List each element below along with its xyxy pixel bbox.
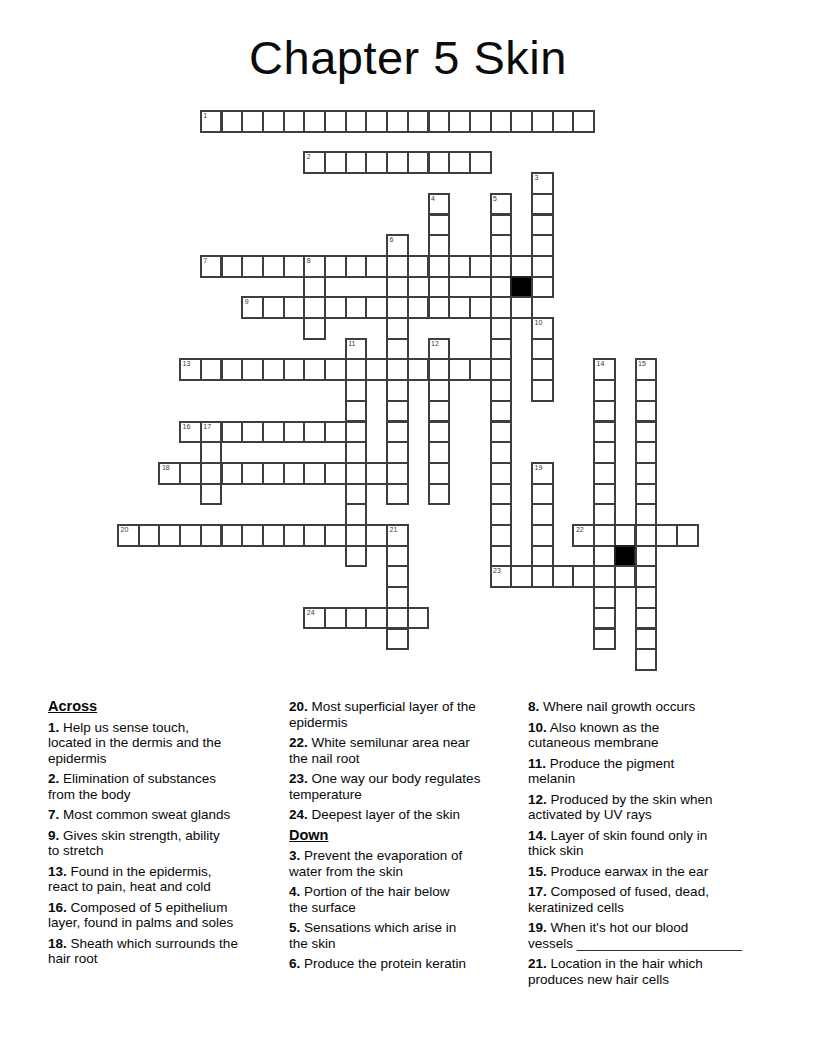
clue-13-across: 13. Found in the epidermis, react to pai…: [48, 864, 284, 895]
grid-cell[interactable]: [635, 400, 658, 423]
grid-cell[interactable]: [221, 358, 244, 381]
cell-number-10: 10: [535, 319, 543, 327]
grid-cell[interactable]: [593, 421, 616, 444]
grid-cell[interactable]: [345, 110, 368, 133]
grid-cell[interactable]: [386, 565, 409, 588]
grid-cell[interactable]: [593, 607, 616, 630]
grid-cell[interactable]: [531, 234, 554, 257]
cell-number-23: 23: [493, 567, 501, 575]
grid-cell[interactable]: [345, 483, 368, 506]
clue-number-label: 24.: [289, 807, 308, 822]
grid-cell[interactable]: [635, 441, 658, 464]
grid-cell[interactable]: [572, 110, 595, 133]
clue-22-across: 22. White semilunar area near the nail r…: [289, 735, 523, 766]
grid-cell[interactable]: [593, 524, 616, 547]
grid-cell[interactable]: [365, 255, 388, 278]
cell-number-24: 24: [307, 609, 315, 617]
grid-cell[interactable]: [407, 110, 430, 133]
grid-cell[interactable]: 18: [158, 462, 181, 485]
grid-cell[interactable]: [262, 421, 285, 444]
grid-cell[interactable]: [386, 607, 409, 630]
grid-cell[interactable]: [303, 296, 326, 319]
cell-number-20: 20: [121, 526, 129, 534]
grid-cell[interactable]: [386, 400, 409, 423]
cell-number-14: 14: [597, 360, 605, 368]
clue-18-across: 18. Sheath which surrounds the hair root: [48, 936, 284, 967]
grid-cell[interactable]: [593, 483, 616, 506]
grid-cell[interactable]: [365, 462, 388, 485]
grid-cell[interactable]: [241, 462, 264, 485]
grid-cell[interactable]: [386, 545, 409, 568]
clue-19-down: 19. When it's hot our blood vessels ____…: [528, 920, 770, 951]
grid-cell[interactable]: [200, 462, 223, 485]
grid-cell[interactable]: [448, 255, 471, 278]
grid-cell[interactable]: [490, 400, 513, 423]
clue-number-label: 18.: [48, 936, 67, 951]
grid-cell[interactable]: [138, 524, 161, 547]
grid-cell[interactable]: [635, 545, 658, 568]
grid-cell[interactable]: [407, 607, 430, 630]
cell-number-15: 15: [638, 360, 646, 368]
clue-number-label: 9.: [48, 828, 59, 843]
grid-cell[interactable]: [303, 421, 326, 444]
grid-cell[interactable]: [593, 441, 616, 464]
clue-number-label: 7.: [48, 807, 59, 822]
cell-number-2: 2: [307, 153, 311, 161]
grid-cell[interactable]: [531, 276, 554, 299]
grid-cell[interactable]: [262, 255, 285, 278]
grid-cell[interactable]: [490, 421, 513, 444]
grid-cell[interactable]: [531, 483, 554, 506]
grid-cell[interactable]: [593, 503, 616, 526]
grid-cell[interactable]: [490, 296, 513, 319]
grid-cell[interactable]: [614, 524, 637, 547]
clue-column-1: Across1. Help us sense touch, located in…: [48, 699, 284, 972]
grid-cell[interactable]: [407, 296, 430, 319]
grid-cell[interactable]: [365, 151, 388, 174]
clue-7-across: 7. Most common sweat glands: [48, 807, 284, 823]
grid-cell[interactable]: [428, 296, 451, 319]
grid-cell[interactable]: [345, 441, 368, 464]
grid-cell[interactable]: 20: [117, 524, 140, 547]
black-cell: [510, 276, 533, 299]
clue-column-2: 20. Most superficial layer of the epider…: [289, 699, 523, 977]
grid-cell[interactable]: [303, 317, 326, 340]
grid-cell[interactable]: [469, 151, 492, 174]
grid-cell[interactable]: [303, 110, 326, 133]
clue-number-label: 14.: [528, 828, 547, 843]
clue-10-down: 10. Also known as the cutaneous membrane: [528, 720, 770, 751]
grid-cell[interactable]: [448, 110, 471, 133]
grid-cell[interactable]: [221, 421, 244, 444]
clue-number-label: 23.: [289, 771, 308, 786]
black-cell: [614, 545, 637, 568]
grid-cell[interactable]: [635, 586, 658, 609]
grid-cell[interactable]: [490, 524, 513, 547]
grid-cell[interactable]: [365, 607, 388, 630]
grid-cell[interactable]: [490, 379, 513, 402]
grid-cell[interactable]: [635, 483, 658, 506]
grid-cell[interactable]: [283, 421, 306, 444]
grid-cell[interactable]: [241, 524, 264, 547]
grid-cell[interactable]: [386, 462, 409, 485]
clue-number-label: 6.: [289, 956, 300, 971]
clue-number-label: 11.: [528, 756, 546, 771]
grid-cell[interactable]: [490, 317, 513, 340]
grid-cell[interactable]: [510, 565, 533, 588]
grid-cell[interactable]: [345, 607, 368, 630]
grid-cell[interactable]: [635, 421, 658, 444]
grid-cell[interactable]: 13: [179, 358, 202, 381]
clue-9-across: 9. Gives skin strength, ability to stret…: [48, 828, 284, 859]
grid-cell[interactable]: 17: [200, 421, 223, 444]
grid-cell[interactable]: [221, 255, 244, 278]
grid-cell[interactable]: 23: [490, 565, 513, 588]
grid-cell[interactable]: [386, 441, 409, 464]
grid-cell[interactable]: 10: [531, 317, 554, 340]
cell-number-17: 17: [203, 423, 211, 431]
grid-cell[interactable]: [345, 503, 368, 526]
grid-cell[interactable]: [593, 565, 616, 588]
grid-cell[interactable]: [635, 628, 658, 651]
page-title: Chapter 5 Skin: [0, 30, 816, 85]
cell-number-22: 22: [576, 526, 584, 534]
grid-cell[interactable]: 8: [303, 255, 326, 278]
grid-cell[interactable]: [303, 276, 326, 299]
grid-cell[interactable]: [283, 110, 306, 133]
grid-cell[interactable]: 5: [490, 193, 513, 216]
grid-cell[interactable]: [490, 462, 513, 485]
grid-cell[interactable]: [386, 296, 409, 319]
grid-cell[interactable]: [386, 110, 409, 133]
grid-cell[interactable]: [614, 565, 637, 588]
grid-cell[interactable]: [365, 110, 388, 133]
cell-number-9: 9: [245, 298, 249, 306]
grid-cell[interactable]: [345, 400, 368, 423]
cell-number-3: 3: [535, 174, 539, 182]
grid-cell[interactable]: [324, 255, 347, 278]
grid-cell[interactable]: [386, 151, 409, 174]
grid-cell[interactable]: 4: [428, 193, 451, 216]
grid-cell[interactable]: [262, 358, 285, 381]
clue-number-label: 22.: [289, 735, 308, 750]
grid-cell[interactable]: [428, 276, 451, 299]
grid-cell[interactable]: [510, 255, 533, 278]
grid-cell[interactable]: [407, 358, 430, 381]
clue-number-label: 15.: [528, 864, 547, 879]
clue-16-across: 16. Composed of 5 epithelium layer, foun…: [48, 900, 284, 931]
cell-number-4: 4: [431, 195, 435, 203]
grid-cell[interactable]: 21: [386, 524, 409, 547]
grid-cell[interactable]: [303, 524, 326, 547]
cell-number-13: 13: [183, 360, 191, 368]
grid-cell[interactable]: [407, 255, 430, 278]
grid-cell[interactable]: [221, 524, 244, 547]
grid-cell[interactable]: [283, 296, 306, 319]
grid-cell[interactable]: [200, 358, 223, 381]
clue-number-label: 16.: [48, 900, 67, 915]
grid-cell[interactable]: 7: [200, 255, 223, 278]
clue-number-label: 10.: [528, 720, 547, 735]
grid-cell[interactable]: [428, 110, 451, 133]
clue-number-label: 13.: [48, 864, 67, 879]
grid-cell[interactable]: [428, 151, 451, 174]
down-heading: Down: [289, 828, 523, 844]
grid-cell[interactable]: [386, 276, 409, 299]
grid-cell[interactable]: 16: [179, 421, 202, 444]
grid-cell[interactable]: [531, 545, 554, 568]
grid-cell[interactable]: [635, 607, 658, 630]
grid-cell[interactable]: 2: [303, 151, 326, 174]
clue-20-across: 20. Most superficial layer of the epider…: [289, 699, 523, 730]
grid-cell[interactable]: [200, 441, 223, 464]
grid-cell[interactable]: [490, 234, 513, 257]
grid-cell[interactable]: [428, 421, 451, 444]
grid-cell[interactable]: [510, 110, 533, 133]
grid-cell[interactable]: [345, 421, 368, 444]
cell-number-7: 7: [203, 257, 207, 265]
grid-cell[interactable]: [428, 234, 451, 257]
grid-cell[interactable]: [593, 462, 616, 485]
clue-number-label: 21.: [528, 956, 547, 971]
grid-cell[interactable]: [345, 296, 368, 319]
grid-cell[interactable]: [490, 441, 513, 464]
grid-cell[interactable]: [221, 462, 244, 485]
across-heading: Across: [48, 699, 284, 715]
grid-cell[interactable]: [635, 503, 658, 526]
clue-23-across: 23. One way our body regulates temperatu…: [289, 771, 523, 802]
clue-21-down: 21. Location in the hair which produces …: [528, 956, 770, 987]
grid-cell[interactable]: [490, 338, 513, 361]
grid-cell[interactable]: [469, 110, 492, 133]
clue-number-label: 1.: [48, 720, 59, 735]
grid-cell[interactable]: [324, 462, 347, 485]
grid-cell[interactable]: [531, 379, 554, 402]
grid-cell[interactable]: [635, 379, 658, 402]
grid-cell[interactable]: [386, 255, 409, 278]
grid-cell[interactable]: [345, 151, 368, 174]
grid-cell[interactable]: [262, 296, 285, 319]
clue-number-label: 4.: [289, 884, 300, 899]
grid-cell[interactable]: [428, 255, 451, 278]
grid-cell[interactable]: [283, 358, 306, 381]
grid-cell[interactable]: [386, 586, 409, 609]
grid-cell[interactable]: [303, 462, 326, 485]
grid-cell[interactable]: 3: [531, 172, 554, 195]
grid-cell[interactable]: [510, 296, 533, 319]
grid-cell[interactable]: [221, 110, 244, 133]
clue-12-down: 12. Produced by the skin when activated …: [528, 792, 770, 823]
grid-cell[interactable]: 11: [345, 338, 368, 361]
grid-cell[interactable]: [448, 151, 471, 174]
grid-cell[interactable]: [179, 524, 202, 547]
grid-cell[interactable]: [593, 628, 616, 651]
clue-column-3: 8. Where nail growth occurs10. Also know…: [528, 699, 770, 992]
clue-24-across: 24. Deepest layer of the skin: [289, 807, 523, 823]
grid-cell[interactable]: [179, 462, 202, 485]
clue-6-down: 6. Produce the protein keratin: [289, 956, 523, 972]
grid-cell[interactable]: [428, 358, 451, 381]
cell-number-16: 16: [183, 423, 191, 431]
cell-number-12: 12: [431, 340, 439, 348]
grid-cell[interactable]: [262, 462, 285, 485]
worksheet-page: Chapter 5 Skin 1234567891011121314151617…: [0, 0, 816, 1056]
clue-number-label: 17.: [528, 884, 547, 899]
cell-number-18: 18: [162, 464, 170, 472]
grid-cell[interactable]: [593, 400, 616, 423]
grid-cell[interactable]: [345, 545, 368, 568]
grid-cell[interactable]: 1: [200, 110, 223, 133]
grid-cell[interactable]: [386, 379, 409, 402]
clue-3-down: 3. Prevent the evaporation of water from…: [289, 848, 523, 879]
grid-cell[interactable]: [635, 565, 658, 588]
grid-cell[interactable]: [490, 214, 513, 237]
grid-cell[interactable]: [324, 421, 347, 444]
cell-number-5: 5: [493, 195, 497, 203]
clue-number-label: 3.: [289, 848, 300, 863]
grid-cell[interactable]: [262, 524, 285, 547]
grid-cell[interactable]: [241, 110, 264, 133]
crossword-board: 123456789101112131415161718192021222324: [118, 111, 700, 672]
grid-cell[interactable]: 22: [572, 524, 595, 547]
clue-number-label: 5.: [289, 920, 300, 935]
grid-cell[interactable]: [428, 441, 451, 464]
grid-cell[interactable]: [386, 317, 409, 340]
grid-cell[interactable]: [676, 524, 699, 547]
grid-cell[interactable]: [448, 296, 471, 319]
grid-cell[interactable]: [593, 586, 616, 609]
grid-cell[interactable]: [386, 628, 409, 651]
grid-cell[interactable]: [531, 565, 554, 588]
grid-cell[interactable]: [635, 462, 658, 485]
grid-cell[interactable]: [531, 255, 554, 278]
grid-cell[interactable]: [345, 379, 368, 402]
grid-cell[interactable]: 15: [635, 358, 658, 381]
grid-cell[interactable]: [428, 214, 451, 237]
grid-cell[interactable]: [386, 483, 409, 506]
grid-cell[interactable]: [469, 358, 492, 381]
grid-cell[interactable]: [324, 151, 347, 174]
grid-cell[interactable]: [593, 379, 616, 402]
grid-cell[interactable]: [490, 255, 513, 278]
clue-4-down: 4. Portion of the hair below the surface: [289, 884, 523, 915]
grid-cell[interactable]: 6: [386, 234, 409, 257]
grid-cell[interactable]: 9: [241, 296, 264, 319]
grid-cell[interactable]: [428, 483, 451, 506]
grid-cell[interactable]: [531, 358, 554, 381]
grid-cell[interactable]: [531, 110, 554, 133]
grid-cell[interactable]: [386, 338, 409, 361]
clue-number-label: 2.: [48, 771, 59, 786]
grid-cell[interactable]: [552, 565, 575, 588]
cell-number-1: 1: [203, 112, 207, 120]
clue-1-across: 1. Help us sense touch, located in the d…: [48, 720, 284, 767]
clue-11-down: 11. Produce the pigment melanin: [528, 756, 770, 787]
grid-cell[interactable]: [345, 524, 368, 547]
grid-cell[interactable]: [283, 462, 306, 485]
grid-cell[interactable]: [386, 358, 409, 381]
grid-cell[interactable]: [655, 524, 678, 547]
grid-cell[interactable]: [635, 524, 658, 547]
grid-cell[interactable]: [283, 255, 306, 278]
grid-cell[interactable]: [262, 110, 285, 133]
grid-cell[interactable]: [324, 358, 347, 381]
clue-2-across: 2. Elimination of substances from the bo…: [48, 771, 284, 802]
grid-cell[interactable]: [490, 503, 513, 526]
grid-cell[interactable]: [490, 276, 513, 299]
grid-cell[interactable]: [593, 545, 616, 568]
grid-cell[interactable]: [365, 296, 388, 319]
grid-cell[interactable]: [572, 565, 595, 588]
clue-number-label: 19.: [528, 920, 547, 935]
grid-cell[interactable]: [365, 524, 388, 547]
grid-cell[interactable]: [241, 358, 264, 381]
grid-cell[interactable]: [365, 358, 388, 381]
clue-8-down: 8. Where nail growth occurs: [528, 699, 770, 715]
grid-cell[interactable]: 19: [531, 462, 554, 485]
grid-cell[interactable]: [324, 110, 347, 133]
grid-cell[interactable]: [200, 524, 223, 547]
grid-cell[interactable]: [531, 503, 554, 526]
grid-cell[interactable]: 24: [303, 607, 326, 630]
grid-cell[interactable]: [531, 524, 554, 547]
grid-cell[interactable]: [531, 193, 554, 216]
grid-cell[interactable]: [345, 462, 368, 485]
cell-number-19: 19: [535, 464, 543, 472]
clue-5-down: 5. Sensations which arise in the skin: [289, 920, 523, 951]
grid-cell[interactable]: 14: [593, 358, 616, 381]
grid-cell[interactable]: 12: [428, 338, 451, 361]
grid-cell[interactable]: [448, 358, 471, 381]
grid-cell[interactable]: [490, 110, 513, 133]
clue-number-label: 8.: [528, 699, 539, 714]
clue-17-down: 17. Composed of fused, dead, keratinized…: [528, 884, 770, 915]
grid-cell[interactable]: [283, 524, 306, 547]
grid-cell[interactable]: [345, 358, 368, 381]
clue-15-down: 15. Produce earwax in the ear: [528, 864, 770, 880]
grid-cell[interactable]: [531, 214, 554, 237]
grid-cell[interactable]: [241, 421, 264, 444]
clue-14-down: 14. Layer of skin found only in thick sk…: [528, 828, 770, 859]
grid-cell[interactable]: [407, 151, 430, 174]
grid-cell[interactable]: [324, 296, 347, 319]
grid-cell[interactable]: [428, 462, 451, 485]
grid-cell[interactable]: [158, 524, 181, 547]
grid-cell[interactable]: [552, 110, 575, 133]
clue-number-label: 12.: [528, 792, 547, 807]
grid-cell[interactable]: [469, 255, 492, 278]
grid-cell[interactable]: [490, 358, 513, 381]
grid-cell[interactable]: [345, 255, 368, 278]
grid-cell[interactable]: [428, 379, 451, 402]
grid-cell[interactable]: [241, 255, 264, 278]
grid-cell[interactable]: [200, 483, 223, 506]
grid-cell[interactable]: [303, 358, 326, 381]
grid-cell[interactable]: [386, 421, 409, 444]
grid-cell[interactable]: [324, 524, 347, 547]
grid-cell[interactable]: [531, 338, 554, 361]
cell-number-6: 6: [390, 236, 394, 244]
grid-cell[interactable]: [490, 483, 513, 506]
grid-cell[interactable]: [324, 607, 347, 630]
cell-number-21: 21: [390, 526, 398, 534]
grid-cell[interactable]: [490, 545, 513, 568]
cell-number-11: 11: [348, 340, 355, 348]
grid-cell[interactable]: [635, 648, 658, 671]
grid-cell[interactable]: [469, 296, 492, 319]
grid-cell[interactable]: [428, 400, 451, 423]
cell-number-8: 8: [307, 257, 311, 265]
